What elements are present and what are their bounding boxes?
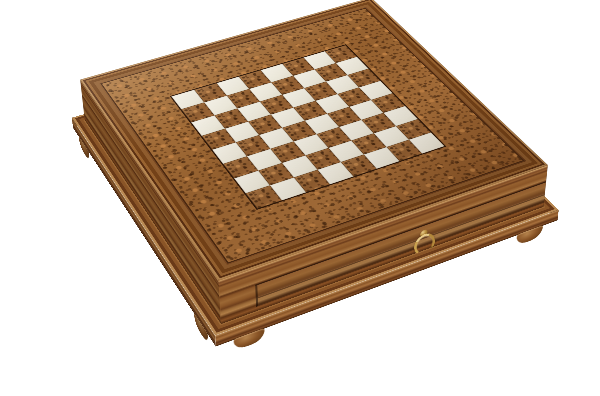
foot-front-corner (233, 328, 264, 351)
chess-board-case-photo (0, 0, 600, 396)
foot-right-corner (516, 225, 543, 246)
board-grid[interactable] (170, 44, 447, 210)
